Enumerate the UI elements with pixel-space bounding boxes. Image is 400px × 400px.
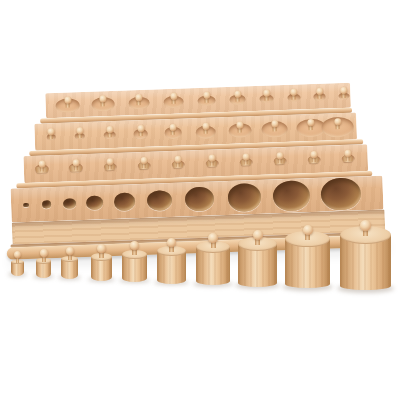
knobbed-cylinder-6[interactable]: [208, 154, 215, 167]
loose-cylinder-7[interactable]: [192, 232, 234, 291]
empty-hole-2: [41, 201, 50, 209]
knobbed-cylinder-4[interactable]: [137, 125, 144, 138]
loose-cylinder-3[interactable]: [57, 246, 82, 285]
knob-ball: [106, 126, 113, 133]
knobbed-cylinder-5[interactable]: [169, 124, 176, 137]
loose-cylinder-5[interactable]: [118, 240, 151, 288]
knobbed-cylinder-2[interactable]: [99, 95, 106, 108]
knob-ball: [167, 238, 176, 247]
loose-cylinder-10[interactable]: [336, 219, 395, 296]
knobbed-cylinder-1[interactable]: [64, 96, 71, 109]
knob-ball: [334, 118, 341, 125]
knobbed-cylinder-9[interactable]: [310, 151, 317, 164]
knob-ball: [169, 124, 176, 131]
empty-hole-10: [320, 177, 361, 211]
knobbed-cylinder-8[interactable]: [271, 120, 278, 133]
knob-ball: [234, 91, 241, 98]
knobbed-cylinder-6[interactable]: [202, 123, 209, 136]
loose-cylinder-1[interactable]: [7, 250, 28, 282]
knobbed-cylinder-7[interactable]: [242, 153, 249, 166]
knobbed-cylinder-2[interactable]: [76, 127, 83, 140]
knobbed-cylinder-4[interactable]: [170, 93, 177, 106]
knobbed-cylinder-8[interactable]: [290, 89, 297, 102]
knobbed-cylinder-9[interactable]: [307, 119, 314, 132]
knob-ball: [276, 152, 283, 159]
knob-ball: [66, 247, 74, 255]
knob-ball: [72, 159, 79, 166]
knob-ball: [303, 225, 313, 235]
knob-ball: [242, 153, 249, 160]
empty-hole-8: [227, 183, 261, 211]
knobbed-cylinder-3[interactable]: [135, 94, 142, 107]
knob-ball: [340, 87, 347, 94]
empty-hole-4: [85, 195, 102, 210]
empty-hole-7: [184, 187, 214, 212]
scene: [0, 0, 400, 400]
cylinder-body: [11, 262, 24, 276]
knobbed-cylinder-4[interactable]: [140, 157, 147, 170]
knob-ball: [38, 160, 45, 167]
knob-ball: [135, 94, 142, 101]
knobbed-cylinder-9[interactable]: [316, 88, 323, 101]
knobbed-cylinder-3[interactable]: [106, 126, 113, 139]
knob-ball: [130, 241, 139, 250]
empty-hole-9: [272, 180, 310, 212]
knob-ball: [40, 249, 48, 257]
knob-ball: [47, 128, 54, 135]
knob-ball: [263, 90, 270, 97]
knob-ball: [307, 119, 314, 126]
knob-ball: [97, 244, 106, 253]
knobbed-cylinder-3[interactable]: [106, 158, 113, 171]
empty-hole-3: [62, 198, 75, 209]
knob-ball: [236, 121, 243, 128]
knobbed-cylinder-5[interactable]: [203, 92, 210, 105]
knob-ball: [208, 233, 218, 243]
knobbed-cylinder-6[interactable]: [234, 91, 241, 104]
knob-ball: [208, 154, 215, 161]
knobbed-cylinder-5[interactable]: [174, 156, 181, 169]
knob-ball: [316, 88, 323, 95]
knobbed-cylinder-7[interactable]: [236, 121, 243, 134]
knob-ball: [253, 230, 263, 240]
knob-ball: [140, 157, 147, 164]
knobbed-cylinder-10[interactable]: [334, 118, 341, 131]
knob-ball: [106, 158, 113, 165]
knob-ball: [76, 127, 83, 134]
loose-cylinder-8[interactable]: [234, 229, 281, 293]
knob-ball: [174, 156, 181, 163]
knobbed-cylinder-2[interactable]: [72, 159, 79, 172]
knob-ball: [137, 125, 144, 132]
knob-ball: [290, 89, 297, 96]
loose-cylinder-6[interactable]: [153, 237, 190, 290]
knobbed-cylinder-10[interactable]: [340, 87, 347, 100]
knob-ball: [14, 251, 21, 258]
knob-ball: [310, 151, 317, 158]
knob-ball: [360, 220, 371, 231]
loose-cylinder-4[interactable]: [87, 243, 116, 287]
knobbed-cylinder-1[interactable]: [38, 160, 45, 173]
knob-ball: [202, 123, 209, 130]
knob-ball: [344, 150, 351, 157]
knobbed-cylinder-8[interactable]: [276, 152, 283, 165]
knobbed-cylinder-1[interactable]: [47, 128, 54, 141]
empty-hole-6: [146, 190, 172, 211]
loose-cylinder-2[interactable]: [32, 248, 55, 284]
knob-ball: [271, 120, 278, 127]
knob-ball: [170, 93, 177, 100]
knob-ball: [203, 92, 210, 99]
empty-hole-5: [113, 193, 135, 211]
knob-ball: [64, 96, 71, 103]
knobbed-cylinder-7[interactable]: [263, 90, 270, 103]
cylinder-block: [0, 0, 400, 400]
knob-ball: [99, 95, 106, 102]
knobbed-cylinder-10[interactable]: [344, 150, 351, 163]
empty-hole-1: [23, 203, 29, 208]
loose-cylinder-9[interactable]: [281, 224, 334, 294]
